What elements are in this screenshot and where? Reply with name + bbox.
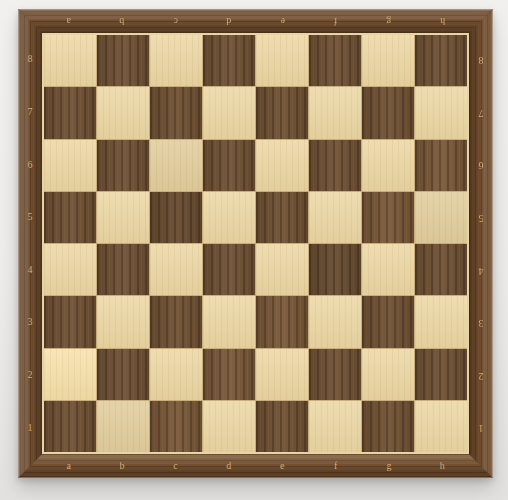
square-g3[interactable] bbox=[362, 296, 414, 347]
square-d6[interactable] bbox=[203, 140, 255, 191]
square-h8[interactable] bbox=[415, 35, 467, 86]
square-d5[interactable] bbox=[203, 192, 255, 243]
square-g6[interactable] bbox=[362, 140, 414, 191]
square-f2[interactable] bbox=[309, 349, 361, 400]
square-c1[interactable] bbox=[150, 401, 202, 452]
square-e2[interactable] bbox=[256, 349, 308, 400]
square-d1[interactable] bbox=[203, 401, 255, 452]
square-b3[interactable] bbox=[97, 296, 149, 347]
square-h3[interactable] bbox=[415, 296, 467, 347]
square-e6[interactable] bbox=[256, 140, 308, 191]
square-h5[interactable] bbox=[415, 192, 467, 243]
square-f5[interactable] bbox=[309, 192, 361, 243]
square-d8[interactable] bbox=[203, 35, 255, 86]
square-e8[interactable] bbox=[256, 35, 308, 86]
square-e1[interactable] bbox=[256, 401, 308, 452]
square-f8[interactable] bbox=[309, 35, 361, 86]
square-a6[interactable] bbox=[44, 140, 96, 191]
square-d4[interactable] bbox=[203, 244, 255, 295]
square-d3[interactable] bbox=[203, 296, 255, 347]
photo-background: abcdefgh abcdefgh 87654321 87654321 bbox=[0, 0, 508, 500]
square-g1[interactable] bbox=[362, 401, 414, 452]
square-c4[interactable] bbox=[150, 244, 202, 295]
square-c6[interactable] bbox=[150, 140, 202, 191]
square-a4[interactable] bbox=[44, 244, 96, 295]
square-a7[interactable] bbox=[44, 87, 96, 138]
square-a8[interactable] bbox=[44, 35, 96, 86]
square-b5[interactable] bbox=[97, 192, 149, 243]
square-e4[interactable] bbox=[256, 244, 308, 295]
square-f3[interactable] bbox=[309, 296, 361, 347]
square-c5[interactable] bbox=[150, 192, 202, 243]
square-g4[interactable] bbox=[362, 244, 414, 295]
square-a5[interactable] bbox=[44, 192, 96, 243]
frame-left bbox=[18, 9, 42, 478]
square-b7[interactable] bbox=[97, 87, 149, 138]
square-e5[interactable] bbox=[256, 192, 308, 243]
frame-right bbox=[469, 9, 493, 478]
square-b4[interactable] bbox=[97, 244, 149, 295]
square-b8[interactable] bbox=[97, 35, 149, 86]
square-g5[interactable] bbox=[362, 192, 414, 243]
square-b6[interactable] bbox=[97, 140, 149, 191]
square-b1[interactable] bbox=[97, 401, 149, 452]
square-d2[interactable] bbox=[203, 349, 255, 400]
square-a2[interactable] bbox=[44, 349, 96, 400]
square-b2[interactable] bbox=[97, 349, 149, 400]
square-h4[interactable] bbox=[415, 244, 467, 295]
square-h6[interactable] bbox=[415, 140, 467, 191]
square-h7[interactable] bbox=[415, 87, 467, 138]
square-g2[interactable] bbox=[362, 349, 414, 400]
square-a3[interactable] bbox=[44, 296, 96, 347]
square-h2[interactable] bbox=[415, 349, 467, 400]
square-e7[interactable] bbox=[256, 87, 308, 138]
square-d7[interactable] bbox=[203, 87, 255, 138]
frame-bottom bbox=[18, 454, 493, 478]
square-g8[interactable] bbox=[362, 35, 414, 86]
chess-board: abcdefgh abcdefgh 87654321 87654321 bbox=[18, 9, 493, 478]
square-c8[interactable] bbox=[150, 35, 202, 86]
square-f6[interactable] bbox=[309, 140, 361, 191]
square-a1[interactable] bbox=[44, 401, 96, 452]
square-f7[interactable] bbox=[309, 87, 361, 138]
frame-top bbox=[18, 9, 493, 33]
square-f1[interactable] bbox=[309, 401, 361, 452]
square-h1[interactable] bbox=[415, 401, 467, 452]
square-c2[interactable] bbox=[150, 349, 202, 400]
square-c3[interactable] bbox=[150, 296, 202, 347]
field bbox=[42, 33, 469, 454]
square-e3[interactable] bbox=[256, 296, 308, 347]
square-f4[interactable] bbox=[309, 244, 361, 295]
square-c7[interactable] bbox=[150, 87, 202, 138]
square-g7[interactable] bbox=[362, 87, 414, 138]
